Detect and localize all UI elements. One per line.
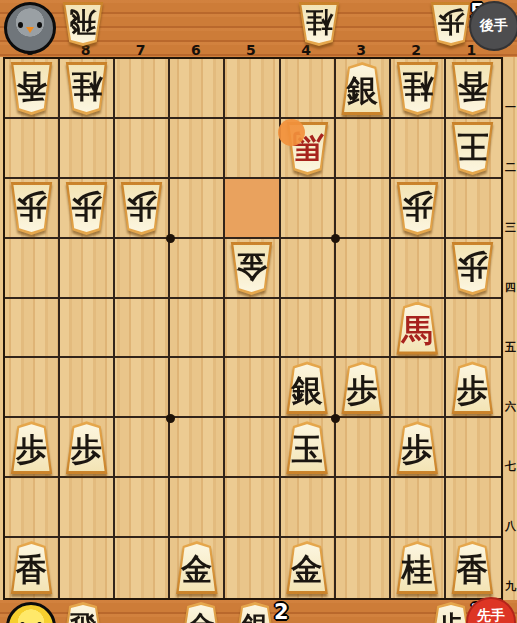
square-5-5[interactable]: [225, 299, 280, 359]
avatar-eye: [37, 22, 42, 28]
rank-label-6: 六: [504, 399, 517, 414]
square-4-7[interactable]: 玉: [281, 418, 336, 478]
gote-hand-tray: 飛桂歩5 後手 987654321: [0, 0, 517, 57]
piece-sente-銀[interactable]: 銀: [232, 602, 278, 623]
board-grid: 香桂銀桂香馬王歩歩歩歩金歩馬銀歩歩歩歩玉歩香金金桂香: [3, 57, 503, 600]
piece-kanji: 玉: [284, 429, 331, 471]
square-3-4[interactable]: [336, 239, 391, 299]
piece-kanji: 歩: [63, 185, 110, 227]
square-7-6[interactable]: [115, 358, 170, 418]
square-7-7[interactable]: [115, 418, 170, 478]
piece-sente-歩[interactable]: 歩: [8, 421, 55, 474]
rank-label-9: 九: [504, 579, 517, 594]
piece-sente-金[interactable]: 金: [284, 541, 331, 594]
piece-kanji: 桂: [296, 4, 342, 40]
piece-gote-歩[interactable]: 歩: [449, 242, 496, 295]
square-3-7[interactable]: [336, 418, 391, 478]
hand-count-sente-銀: 2: [274, 600, 289, 623]
square-6-2[interactable]: [170, 119, 225, 179]
gote-player-badge: 後手: [469, 1, 517, 51]
piece-kanji: 香: [8, 65, 55, 107]
square-1-9[interactable]: 香: [446, 538, 501, 598]
piece-kanji: 歩: [394, 185, 441, 227]
hoshi-dot: [166, 234, 175, 243]
piece-sente-金[interactable]: 金: [178, 602, 224, 623]
piece-kanji: 歩: [449, 370, 496, 412]
piece-kanji: 銀: [339, 70, 386, 112]
piece-sente-銀[interactable]: 銀: [284, 361, 331, 414]
piece-kanji: 歩: [339, 370, 386, 412]
piece-kanji: 王: [449, 125, 496, 167]
square-7-9[interactable]: [115, 538, 170, 598]
square-7-4[interactable]: [115, 239, 170, 299]
square-9-9[interactable]: 香: [5, 538, 60, 598]
gote-avatar: [4, 2, 56, 54]
board: 香桂銀桂香馬王歩歩歩歩金歩馬銀歩歩歩歩玉歩香金金桂香 一二三四五六七八九: [0, 57, 517, 600]
square-5-7[interactable]: [225, 418, 280, 478]
square-5-4[interactable]: 金: [225, 239, 280, 299]
piece-kanji: 桂: [394, 65, 441, 107]
rank-label-7: 七: [504, 459, 517, 474]
piece-kanji: 香: [449, 65, 496, 107]
square-3-8[interactable]: [336, 478, 391, 538]
square-2-5[interactable]: 馬: [391, 299, 446, 359]
hoshi-dot: [166, 414, 175, 423]
piece-kanji: 歩: [8, 185, 55, 227]
square-2-1[interactable]: 桂: [391, 59, 446, 119]
piece-gote-歩[interactable]: 歩: [394, 182, 441, 235]
square-8-7[interactable]: 歩: [60, 418, 115, 478]
square-1-6[interactable]: 歩: [446, 358, 501, 418]
square-9-8[interactable]: [5, 478, 60, 538]
square-8-6[interactable]: [60, 358, 115, 418]
square-3-5[interactable]: [336, 299, 391, 359]
square-5-2[interactable]: [225, 119, 280, 179]
square-1-1[interactable]: 香: [446, 59, 501, 119]
rank-label-2: 二: [504, 160, 517, 175]
square-6-9[interactable]: 金: [170, 538, 225, 598]
piece-gote-桂[interactable]: 桂: [394, 62, 441, 115]
piece-kanji: 桂: [394, 549, 441, 591]
piece-sente-香[interactable]: 香: [449, 541, 496, 594]
square-9-2[interactable]: [5, 119, 60, 179]
square-5-8[interactable]: [225, 478, 280, 538]
square-3-1[interactable]: 銀: [336, 59, 391, 119]
piece-sente-歩[interactable]: 歩: [63, 421, 110, 474]
square-2-3[interactable]: 歩: [391, 179, 446, 239]
rank-label-4: 四: [504, 280, 517, 295]
file-label-6: 6: [168, 42, 223, 58]
piece-gote-歩[interactable]: 歩: [428, 2, 474, 46]
square-2-2[interactable]: [391, 119, 446, 179]
piece-kanji: 飛: [60, 608, 106, 623]
square-4-5[interactable]: [281, 299, 336, 359]
file-label-7: 7: [113, 42, 168, 58]
square-8-3[interactable]: 歩: [60, 179, 115, 239]
piece-sente-銀[interactable]: 銀: [339, 62, 386, 115]
square-8-2[interactable]: [60, 119, 115, 179]
square-5-3[interactable]: [225, 179, 280, 239]
square-8-1[interactable]: 桂: [60, 59, 115, 119]
square-5-9[interactable]: [225, 538, 280, 598]
piece-kanji: 金: [178, 608, 224, 623]
piece-gote-歩[interactable]: 歩: [118, 182, 165, 235]
sente-label: 先手: [477, 607, 505, 623]
square-6-5[interactable]: [170, 299, 225, 359]
square-4-6[interactable]: 銀: [281, 358, 336, 418]
piece-sente-歩[interactable]: 歩: [394, 421, 441, 474]
square-7-2[interactable]: [115, 119, 170, 179]
square-8-5[interactable]: [60, 299, 115, 359]
square-2-7[interactable]: 歩: [391, 418, 446, 478]
piece-sente-歩[interactable]: 歩: [449, 361, 496, 414]
square-4-2[interactable]: 馬: [281, 119, 336, 179]
square-4-3[interactable]: [281, 179, 336, 239]
square-4-9[interactable]: 金: [281, 538, 336, 598]
file-label-5: 5: [223, 42, 278, 58]
piece-kanji: 歩: [63, 429, 110, 471]
piece-gote-桂[interactable]: 桂: [63, 62, 110, 115]
square-5-1[interactable]: [225, 59, 280, 119]
piece-sente-飛[interactable]: 飛: [60, 602, 106, 623]
square-9-5[interactable]: [5, 299, 60, 359]
square-7-3[interactable]: 歩: [115, 179, 170, 239]
square-1-2[interactable]: 王: [446, 119, 501, 179]
rank-label-3: 三: [504, 220, 517, 235]
piece-sente-馬[interactable]: 馬: [394, 302, 441, 355]
square-1-4[interactable]: 歩: [446, 239, 501, 299]
piece-kanji: 金: [173, 549, 220, 591]
square-2-9[interactable]: 桂: [391, 538, 446, 598]
square-6-7[interactable]: [170, 418, 225, 478]
piece-gote-飛[interactable]: 飛: [60, 2, 106, 46]
piece-sente-香[interactable]: 香: [8, 541, 55, 594]
piece-gote-金[interactable]: 金: [228, 242, 275, 295]
square-8-8[interactable]: [60, 478, 115, 538]
square-9-7[interactable]: 歩: [5, 418, 60, 478]
piece-kanji: 金: [228, 245, 275, 287]
rank-label-1: 一: [504, 100, 517, 115]
piece-gote-歩[interactable]: 歩: [8, 182, 55, 235]
piece-kanji: 馬: [394, 310, 441, 352]
piece-gote-桂[interactable]: 桂: [296, 2, 342, 46]
square-8-9[interactable]: [60, 538, 115, 598]
hoshi-dot: [331, 414, 340, 423]
square-3-3[interactable]: [336, 179, 391, 239]
sente-avatar: [6, 602, 56, 623]
piece-gote-香[interactable]: 香: [449, 62, 496, 115]
square-8-4[interactable]: [60, 239, 115, 299]
square-6-8[interactable]: [170, 478, 225, 538]
piece-kanji: 桂: [63, 65, 110, 107]
piece-kanji: 銀: [232, 608, 278, 623]
square-1-7[interactable]: [446, 418, 501, 478]
square-4-8[interactable]: [281, 478, 336, 538]
square-7-8[interactable]: [115, 478, 170, 538]
piece-kanji: 飛: [60, 4, 106, 40]
piece-sente-歩[interactable]: 歩: [339, 361, 386, 414]
square-9-4[interactable]: [5, 239, 60, 299]
piece-kanji: 銀: [284, 370, 331, 412]
piece-kanji: 金: [284, 549, 331, 591]
piece-gote-香[interactable]: 香: [8, 62, 55, 115]
square-2-8[interactable]: [391, 478, 446, 538]
piece-sente-玉[interactable]: 玉: [284, 421, 331, 474]
square-1-8[interactable]: [446, 478, 501, 538]
square-1-5[interactable]: [446, 299, 501, 359]
piece-kanji: 歩: [8, 429, 55, 471]
last-move-marker: [278, 119, 305, 146]
piece-kanji: 歩: [449, 245, 496, 287]
square-3-6[interactable]: 歩: [336, 358, 391, 418]
square-9-3[interactable]: 歩: [5, 179, 60, 239]
square-3-2[interactable]: [336, 119, 391, 179]
piece-kanji: 歩: [394, 429, 441, 471]
square-2-4[interactable]: [391, 239, 446, 299]
square-6-6[interactable]: [170, 358, 225, 418]
piece-gote-王[interactable]: 王: [449, 122, 496, 175]
piece-kanji: 香: [449, 549, 496, 591]
rank-label-8: 八: [504, 519, 517, 534]
square-6-4[interactable]: [170, 239, 225, 299]
sente-hand-tray: 飛金銀2歩3 先手: [0, 600, 517, 623]
square-7-1[interactable]: [115, 59, 170, 119]
piece-sente-桂[interactable]: 桂: [394, 541, 441, 594]
square-4-1[interactable]: [281, 59, 336, 119]
square-6-1[interactable]: [170, 59, 225, 119]
piece-kanji: 歩: [118, 185, 165, 227]
square-5-6[interactable]: [225, 358, 280, 418]
rank-label-5: 五: [504, 340, 517, 355]
gote-label: 後手: [480, 17, 508, 35]
piece-sente-金[interactable]: 金: [173, 541, 220, 594]
square-4-4[interactable]: [281, 239, 336, 299]
piece-gote-歩[interactable]: 歩: [63, 182, 110, 235]
square-9-1[interactable]: 香: [5, 59, 60, 119]
square-9-6[interactable]: [5, 358, 60, 418]
piece-kanji: 香: [8, 549, 55, 591]
avatar-eye: [18, 22, 23, 28]
piece-kanji: 歩: [428, 4, 474, 40]
square-3-9[interactable]: [336, 538, 391, 598]
avatar-beak-icon: [26, 27, 34, 33]
square-1-3[interactable]: [446, 179, 501, 239]
shogi-app: 飛桂歩5 後手 987654321 香桂銀桂香馬王歩歩歩歩金歩馬銀歩歩歩歩玉歩香…: [0, 0, 517, 623]
square-7-5[interactable]: [115, 299, 170, 359]
square-6-3[interactable]: [170, 179, 225, 239]
square-2-6[interactable]: [391, 358, 446, 418]
